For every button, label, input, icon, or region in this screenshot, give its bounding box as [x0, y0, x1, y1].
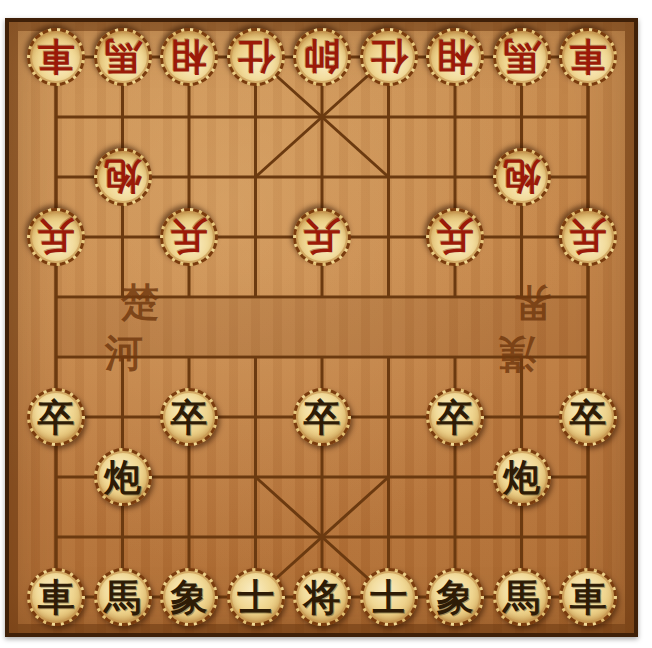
piece-black-soldier[interactable]: 卒 [559, 388, 617, 446]
piece-label: 兵 [304, 219, 341, 256]
piece-label: 相 [437, 39, 474, 76]
piece-label: 卒 [38, 399, 75, 436]
piece-red-elephant[interactable]: 相 [160, 28, 218, 86]
piece-label: 仕 [370, 39, 407, 76]
piece-label: 炮 [104, 159, 141, 196]
piece-label: 車 [38, 579, 75, 616]
piece-black-soldier[interactable]: 卒 [426, 388, 484, 446]
piece-black-horse[interactable]: 馬 [493, 568, 551, 626]
piece-label: 炮 [503, 159, 540, 196]
piece-label: 馬 [104, 579, 141, 616]
piece-label: 馬 [503, 579, 540, 616]
piece-red-cannon[interactable]: 炮 [493, 148, 551, 206]
piece-black-elephant[interactable]: 象 [160, 568, 218, 626]
piece-label: 卒 [171, 399, 208, 436]
piece-label: 士 [237, 579, 274, 616]
piece-red-cannon[interactable]: 炮 [94, 148, 152, 206]
piece-black-cannon[interactable]: 炮 [94, 448, 152, 506]
piece-label: 馬 [104, 39, 141, 76]
piece-label: 炮 [503, 459, 540, 496]
piece-label: 兵 [570, 219, 607, 256]
piece-red-general[interactable]: 帥 [293, 28, 351, 86]
piece-label: 士 [370, 579, 407, 616]
piece-red-soldier[interactable]: 兵 [559, 208, 617, 266]
piece-black-elephant[interactable]: 象 [426, 568, 484, 626]
piece-label: 車 [38, 39, 75, 76]
piece-label: 車 [570, 39, 607, 76]
piece-label: 卒 [304, 399, 341, 436]
piece-black-chariot[interactable]: 車 [27, 568, 85, 626]
piece-red-advisor[interactable]: 仕 [360, 28, 418, 86]
screenshot-root: { "game": "xiangqi", "description": "Chi… [0, 0, 652, 648]
piece-label: 将 [304, 579, 341, 616]
piece-label: 相 [171, 39, 208, 76]
piece-label: 兵 [437, 219, 474, 256]
piece-label: 卒 [437, 399, 474, 436]
piece-red-chariot[interactable]: 車 [559, 28, 617, 86]
piece-label: 仕 [237, 39, 274, 76]
piece-label: 兵 [171, 219, 208, 256]
piece-red-soldier[interactable]: 兵 [426, 208, 484, 266]
piece-black-advisor[interactable]: 士 [227, 568, 285, 626]
piece-black-soldier[interactable]: 卒 [27, 388, 85, 446]
piece-label: 帥 [304, 39, 341, 76]
piece-red-elephant[interactable]: 相 [426, 28, 484, 86]
piece-label: 車 [570, 579, 607, 616]
piece-label: 馬 [503, 39, 540, 76]
piece-red-chariot[interactable]: 車 [27, 28, 85, 86]
piece-black-general[interactable]: 将 [293, 568, 351, 626]
piece-red-soldier[interactable]: 兵 [27, 208, 85, 266]
piece-label: 象 [171, 579, 208, 616]
piece-red-horse[interactable]: 馬 [94, 28, 152, 86]
xiangqi-board [5, 18, 638, 637]
piece-red-advisor[interactable]: 仕 [227, 28, 285, 86]
piece-red-horse[interactable]: 馬 [493, 28, 551, 86]
piece-black-soldier[interactable]: 卒 [293, 388, 351, 446]
piece-red-soldier[interactable]: 兵 [160, 208, 218, 266]
piece-black-advisor[interactable]: 士 [360, 568, 418, 626]
piece-black-cannon[interactable]: 炮 [493, 448, 551, 506]
piece-label: 兵 [38, 219, 75, 256]
piece-black-horse[interactable]: 馬 [94, 568, 152, 626]
piece-label: 象 [437, 579, 474, 616]
piece-black-chariot[interactable]: 車 [559, 568, 617, 626]
piece-red-soldier[interactable]: 兵 [293, 208, 351, 266]
piece-label: 炮 [104, 459, 141, 496]
piece-black-soldier[interactable]: 卒 [160, 388, 218, 446]
piece-label: 卒 [570, 399, 607, 436]
